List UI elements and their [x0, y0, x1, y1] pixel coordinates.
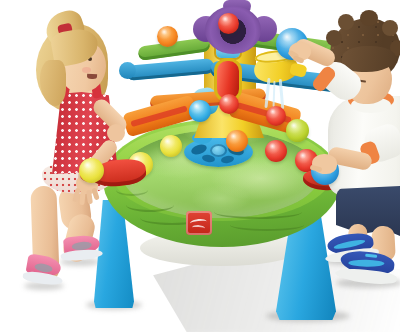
boy-sleeve-trim-raised: [310, 64, 337, 93]
boy-face: [348, 56, 392, 104]
boy-hair-curl: [326, 30, 342, 46]
water-droplet: [271, 109, 274, 112]
shoe-stripe: [34, 262, 53, 273]
boy-sleeve-lower: [361, 121, 400, 165]
boy-hand-on-tower-ball: [289, 42, 311, 61]
blue-track-left: [126, 58, 215, 81]
shoe-upper: [326, 231, 374, 257]
spinner-slot: [190, 143, 208, 157]
rim-wave-line: [116, 184, 148, 196]
ball-cyan-water: [189, 100, 211, 122]
tower-cyan-tube: [191, 86, 220, 117]
girl-leg-back-calf: [61, 212, 98, 265]
girl-cheek-blush: [82, 67, 91, 73]
boy-sleeve-trim-lower: [359, 140, 382, 166]
shoe-stripe: [71, 241, 92, 251]
girl-elbow: [107, 124, 125, 142]
boy-hair-curl: [390, 40, 400, 56]
product-photo-scene: [0, 0, 400, 332]
spinner-slot: [220, 155, 234, 164]
girl-leg-back-thigh: [57, 184, 93, 232]
ball-orange-water: [226, 130, 248, 152]
girl-forearm: [75, 137, 120, 186]
rim-wave-line: [126, 198, 174, 212]
water-stream: [279, 79, 285, 109]
water-droplet: [279, 111, 282, 114]
boy-finger: [310, 165, 323, 173]
spinner-slot: [227, 144, 245, 157]
rim-wave-line: [230, 219, 304, 231]
brand-logo: [186, 211, 212, 235]
scoop-right: [302, 168, 346, 192]
girl-neck: [72, 84, 94, 102]
girl-eye: [88, 57, 92, 61]
tower-column: [204, 24, 256, 124]
ball-blue-right-scoop: [311, 157, 339, 185]
girl-mouth: [87, 74, 97, 80]
girl-ponytail: [42, 7, 89, 51]
ball-green-right-rim: [286, 119, 309, 142]
shoe-shadow: [60, 258, 100, 266]
water-surface: [122, 130, 320, 218]
boy-forearm-lower: [327, 146, 374, 172]
boy-hair-curl: [338, 14, 354, 30]
ball-red-water-mid: [265, 140, 287, 162]
ball-blue-held-by-boy: [276, 28, 308, 60]
girl-hair-tie: [57, 22, 73, 35]
scoop-left-tip: [80, 168, 100, 182]
ball-yellow-water-1: [160, 135, 182, 157]
shoe-upper: [25, 253, 62, 279]
water-stream: [273, 81, 276, 107]
table-leg-left: [94, 200, 134, 308]
scoop-left: [89, 157, 147, 189]
spinner-slot: [201, 154, 215, 163]
boy-hair: [330, 18, 400, 82]
boy-hand-on-scoop-ball: [312, 154, 337, 174]
girl-finger: [91, 188, 99, 201]
flower-ring: [205, 6, 261, 54]
funnel: [252, 45, 308, 90]
blue-track-right: [209, 60, 342, 93]
flower-lobe-left: [193, 16, 219, 42]
tower-red-ball-chute: [214, 58, 242, 102]
boy-finger: [287, 50, 299, 60]
ball-yellow-left-scoop: [79, 158, 104, 183]
ball-orange-green-track: [157, 26, 178, 47]
brand-logo-mark: [190, 218, 208, 227]
boy-finger: [292, 55, 304, 63]
spinner-hub: [210, 144, 227, 157]
blue-track-end-left: [119, 62, 136, 79]
ramp-red-stripe: [130, 105, 187, 127]
table-leg-shadow: [266, 310, 350, 322]
funnel-bowl: [253, 52, 300, 84]
girl-finger: [79, 190, 85, 205]
boy-sleeve-raised: [315, 56, 367, 105]
spinner-petal: [192, 132, 212, 144]
shoe-shadow: [24, 282, 64, 290]
girl-face: [60, 40, 106, 92]
green-track-end-right: [324, 44, 342, 62]
water-stream: [264, 78, 270, 108]
ball-red-water-back: [219, 94, 239, 114]
green-track-right: [245, 30, 338, 59]
boy-hair-curl: [382, 20, 398, 36]
girl-hair-side: [40, 60, 66, 106]
girl-swim-strap: [91, 81, 102, 98]
boy-shorts: [336, 186, 400, 236]
tower-base-flare: [194, 106, 264, 138]
rim-wave-line: [140, 211, 204, 225]
girl-swim-top: [52, 92, 118, 174]
tower-cyan-window: [216, 42, 240, 58]
orange-ramp-left: [122, 95, 198, 138]
girl-chest: [62, 88, 100, 102]
table-leg-shadow: [86, 300, 142, 310]
shoe-upper: [63, 234, 101, 256]
girl-eyebrow: [85, 51, 94, 54]
flower-top-tab: [223, 0, 251, 16]
girl-upper-arm: [90, 96, 130, 136]
girl-finger: [72, 188, 80, 203]
girl-hair-fringe: [49, 26, 100, 67]
boy-shirt: [328, 96, 400, 196]
spinner-petal: [224, 131, 244, 143]
shoe-stripe: [333, 238, 366, 251]
orange-ramp-right: [228, 91, 302, 135]
ball-red-tower-top: [218, 13, 239, 34]
rim-wave-line: [214, 205, 302, 219]
funnel-rim: [254, 48, 297, 64]
basin-rim: [111, 123, 333, 221]
flower-lobe-right: [251, 16, 277, 42]
girl-hair-back: [36, 24, 108, 112]
boy-hair-curl: [360, 10, 378, 26]
boy-collar-trim: [348, 90, 394, 110]
orange-track-back: [150, 88, 267, 110]
shoe-shadow: [324, 256, 380, 265]
ball-red-orange-ramp: [266, 106, 286, 126]
girl-leg-front: [30, 186, 59, 283]
boy-eye-closed: [357, 79, 366, 82]
ramp-red-stripe: [236, 102, 291, 123]
ball-yellow-water-2: [128, 152, 153, 177]
girl-swim-strap: [58, 83, 70, 101]
boy-leg-back: [347, 223, 368, 254]
water-pour: [266, 78, 290, 114]
brand-logo-mark: [192, 225, 205, 232]
water-mound: [180, 112, 272, 146]
green-track-left: [137, 37, 210, 61]
boy-forearm-raised: [292, 36, 337, 69]
ball-red-water-right: [295, 149, 318, 172]
basin-apron: [103, 119, 341, 247]
shoe-shadow: [336, 278, 400, 288]
girl-swim-ruffle: [42, 164, 114, 194]
boy-hair-overhang: [342, 46, 396, 72]
water-spinner: [184, 137, 253, 167]
girl-hand: [76, 174, 98, 194]
boy-collar-inner: [351, 97, 391, 113]
girl-finger: [86, 190, 93, 205]
funnel-spout: [289, 62, 307, 78]
